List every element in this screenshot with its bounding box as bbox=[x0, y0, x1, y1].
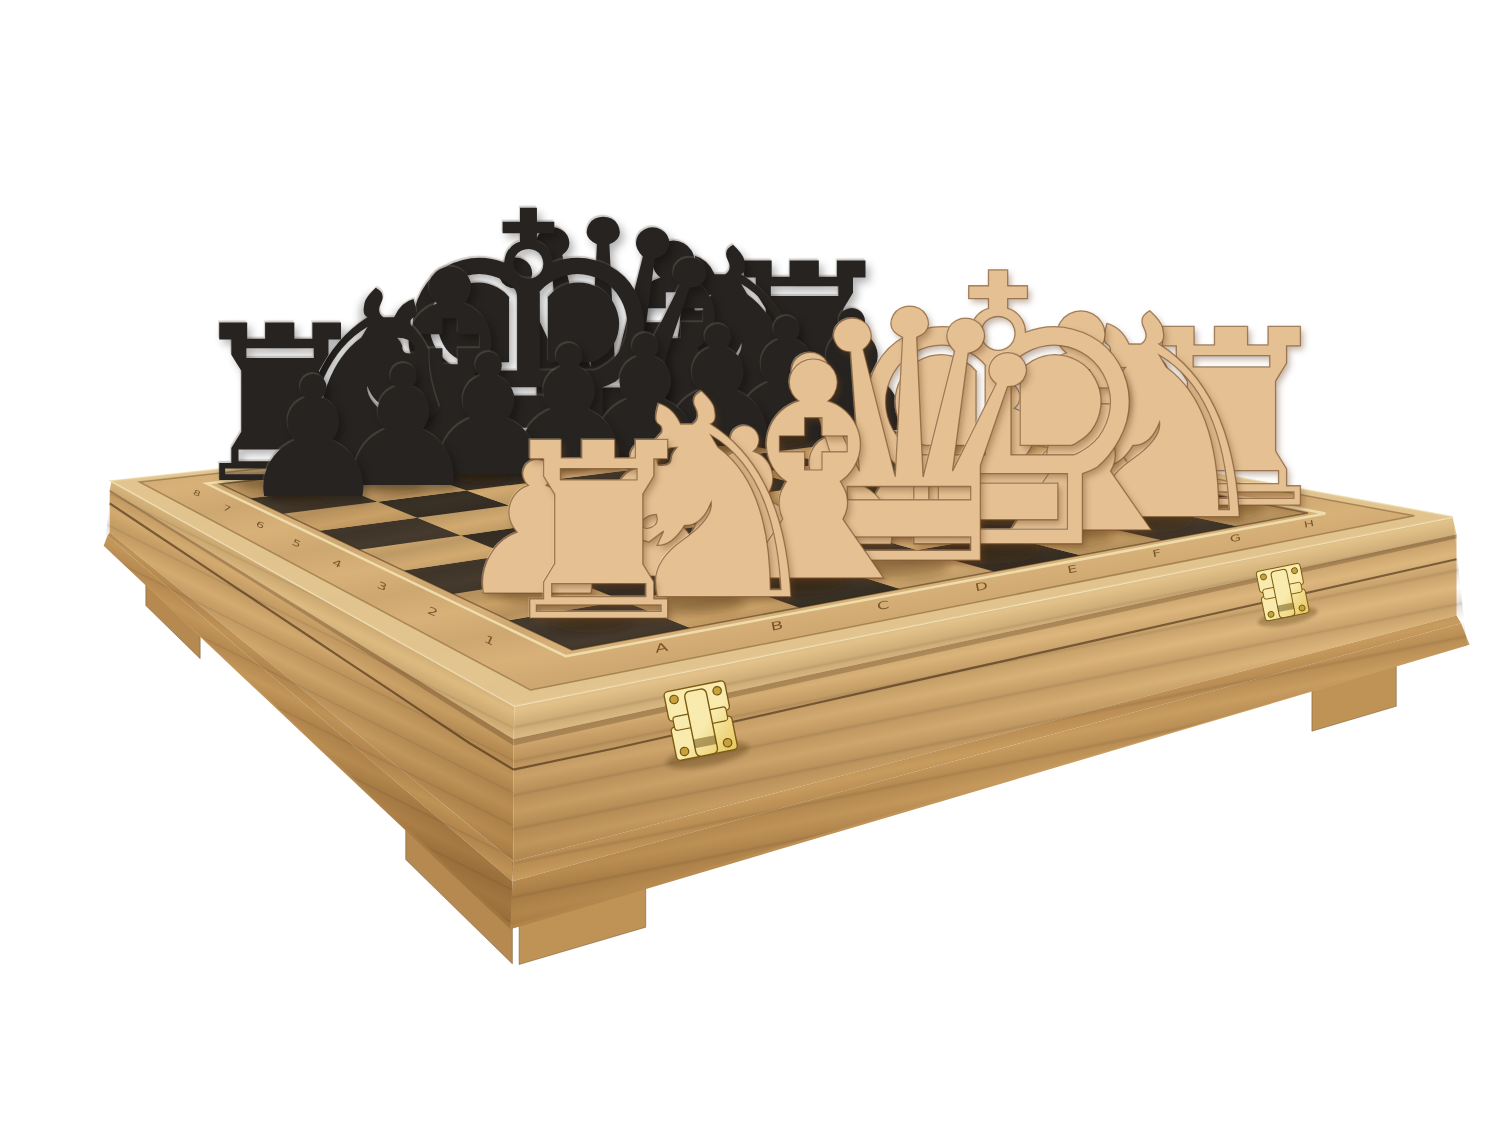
chess-box: ABCDEFGH12345678 bbox=[0, 0, 1500, 1125]
file-label-H: H bbox=[1303, 519, 1315, 530]
file-label-E: E bbox=[1066, 563, 1078, 576]
chess-set-photo: ABCDEFGH12345678 ♜♞♝♚♛♝♞♜♟♟♟♟♟♟♟♟♟♟♟♟♟♟♟… bbox=[0, 0, 1500, 1125]
file-label-C: C bbox=[876, 598, 890, 613]
file-label-D: D bbox=[974, 579, 989, 593]
file-label-B: B bbox=[769, 618, 784, 634]
file-label-G: G bbox=[1229, 532, 1242, 544]
